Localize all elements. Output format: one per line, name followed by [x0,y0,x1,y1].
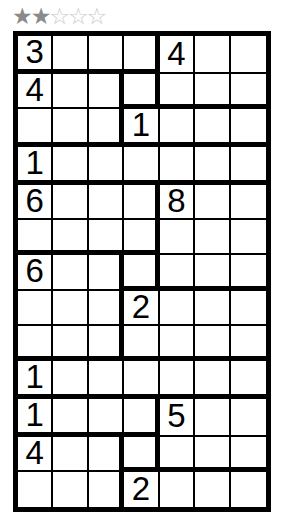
grid-cell-r8c1[interactable] [18,291,53,326]
grid-cell-r5c2[interactable] [53,185,88,220]
grid-cell-r5c6[interactable] [195,185,230,220]
grid-cell-r1c7[interactable] [231,36,266,74]
grid-cell-r2c5[interactable] [160,74,195,109]
grid-cell-r3c5[interactable] [160,109,195,147]
grid-cell-r11c4[interactable] [124,399,159,437]
star-empty-icon: ☆ [68,2,87,30]
star-filled-icon: ★ [31,2,50,30]
grid-cell-r9c7[interactable] [231,326,266,361]
grid-cell-r2c6[interactable] [195,74,230,109]
grid-cell-r3c6[interactable] [195,109,230,147]
grid-cell-r2c4[interactable] [124,74,159,109]
grid-cell-r3c2[interactable] [53,109,88,147]
grid-cell-r11c2[interactable] [53,399,88,437]
grid-cell-r4c1[interactable]: 1 [18,147,53,185]
grid-cell-r7c6[interactable] [195,255,230,290]
grid-cell-r2c1[interactable]: 4 [18,74,53,109]
grid-cell-r11c1[interactable]: 1 [18,399,53,437]
grid-cell-r7c3[interactable] [89,255,124,290]
grid-cell-r6c3[interactable] [89,220,124,255]
grid-cell-r7c4[interactable] [124,255,159,290]
grid-cell-r3c4[interactable]: 1 [124,109,159,147]
grid-cell-r6c4[interactable] [124,220,159,255]
grid-cell-r6c1[interactable] [18,220,53,255]
grid-cell-r5c5[interactable]: 8 [160,185,195,220]
grid-cell-r4c3[interactable] [89,147,124,185]
grid-cell-r8c2[interactable] [53,291,88,326]
grid-cell-r3c3[interactable] [89,109,124,147]
grid-cell-r13c7[interactable] [231,472,266,507]
grid-cell-r12c5[interactable] [160,437,195,472]
clue-number: 6 [26,254,44,287]
grid-cell-r4c7[interactable] [231,147,266,185]
grid-cell-r13c2[interactable] [53,472,88,507]
clue-number: 4 [26,436,44,469]
grid-cell-r5c3[interactable] [89,185,124,220]
clue-number: 1 [26,360,44,393]
grid-cell-r7c2[interactable] [53,255,88,290]
grid-cell-r3c1[interactable] [18,109,53,147]
grid-cell-r7c5[interactable] [160,255,195,290]
grid-cell-r7c7[interactable] [231,255,266,290]
grid-cell-r4c6[interactable] [195,147,230,185]
grid-cell-r13c4[interactable]: 2 [124,472,159,507]
grid-cell-r11c6[interactable] [195,399,230,437]
grid-cell-r6c5[interactable] [160,220,195,255]
grid-cell-r10c1[interactable]: 1 [18,361,53,399]
clue-number: 6 [26,184,44,217]
clue-number: 3 [26,35,44,68]
grid-cell-r1c2[interactable] [53,36,88,74]
grid-cell-r4c2[interactable] [53,147,88,185]
grid-cell-r6c2[interactable] [53,220,88,255]
clue-number: 1 [26,398,44,431]
grid-cell-r4c5[interactable] [160,147,195,185]
grid-cell-r13c6[interactable] [195,472,230,507]
grid-cell-r1c3[interactable] [89,36,124,74]
star-filled-icon: ★ [12,2,31,30]
grid-cell-r13c3[interactable] [89,472,124,507]
puzzle-grid: 34411686211542 [13,31,271,512]
grid-cell-r12c4[interactable] [124,437,159,472]
grid-cell-r11c7[interactable] [231,399,266,437]
grid-cell-r1c5[interactable]: 4 [160,36,195,74]
grid-cell-r6c6[interactable] [195,220,230,255]
grid-cell-r3c7[interactable] [231,109,266,147]
clue-number: 2 [132,472,150,505]
grid-cell-r9c6[interactable] [195,326,230,361]
grid-cell-r5c7[interactable] [231,185,266,220]
star-empty-icon: ☆ [87,2,106,30]
grid-cell-r10c6[interactable] [195,361,230,399]
grid-cell-r8c4[interactable]: 2 [124,291,159,326]
grid-cell-r9c1[interactable] [18,326,53,361]
grid-cell-r9c4[interactable] [124,326,159,361]
grid-cell-r12c2[interactable] [53,437,88,472]
grid-cell-r1c1[interactable]: 3 [18,36,53,74]
grid-cell-r9c2[interactable] [53,326,88,361]
puzzle-screenshot: ★★☆☆☆ 34411686211542 [0,0,287,520]
grid-cell-r6c7[interactable] [231,220,266,255]
grid-cell-r10c2[interactable] [53,361,88,399]
grid-cell-r9c5[interactable] [160,326,195,361]
grid-cell-r13c5[interactable] [160,472,195,507]
grid-cell-r10c4[interactable] [124,361,159,399]
grid-cell-r2c2[interactable] [53,74,88,109]
grid-cell-r11c5[interactable]: 5 [160,399,195,437]
grid-cell-r1c6[interactable] [195,36,230,74]
grid-cell-r12c3[interactable] [89,437,124,472]
grid-cell-r7c1[interactable]: 6 [18,255,53,290]
grid-cell-r9c3[interactable] [89,326,124,361]
grid-cell-r12c7[interactable] [231,437,266,472]
grid-cell-r5c1[interactable]: 6 [18,185,53,220]
star-empty-icon: ☆ [49,2,68,30]
grid-cell-r1c4[interactable] [124,36,159,74]
grid-cell-r10c5[interactable] [160,361,195,399]
grid-cell-r10c7[interactable] [231,361,266,399]
clue-number: 8 [167,184,185,217]
difficulty-rating: ★★☆☆☆ [12,2,105,30]
grid-cell-r8c6[interactable] [195,291,230,326]
grid-cell-r12c1[interactable]: 4 [18,437,53,472]
grid-cell-r5c4[interactable] [124,185,159,220]
clue-number: 4 [26,73,44,106]
clue-number: 4 [167,37,185,70]
grid-cell-r4c4[interactable] [124,147,159,185]
grid-cell-r12c6[interactable] [195,437,230,472]
grid-cell-r2c7[interactable] [231,74,266,109]
grid-cell-r8c3[interactable] [89,291,124,326]
clue-number: 2 [132,290,150,323]
clue-number: 1 [132,108,150,141]
grid-cell-r10c3[interactable] [89,361,124,399]
clue-number: 1 [26,146,44,179]
grid-cell-r8c7[interactable] [231,291,266,326]
grid-cell-r11c3[interactable] [89,399,124,437]
grid-cell-r13c1[interactable] [18,472,53,507]
clue-number: 5 [167,399,185,432]
grid-cell-r2c3[interactable] [89,74,124,109]
grid-cell-r8c5[interactable] [160,291,195,326]
